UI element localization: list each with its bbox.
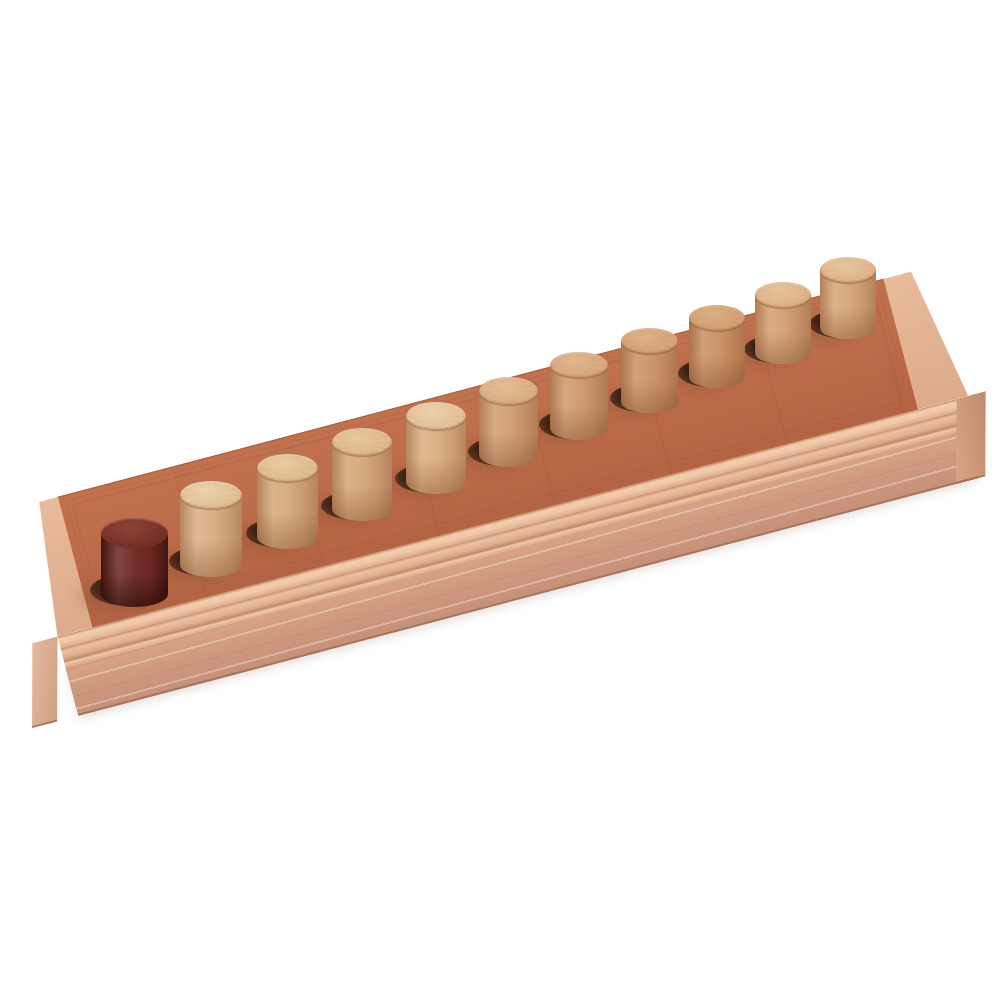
peg-top-face-slot-4: [332, 428, 392, 456]
peg-top-face-slot-5: [406, 402, 466, 430]
peg-top-face-slot-8: [621, 328, 678, 354]
product-photo-scene: [0, 0, 1001, 1001]
peg-top-face-slot-11: [820, 257, 876, 283]
peg-top-face-slot-10: [755, 282, 811, 308]
peg-top-face-slot-6: [479, 377, 538, 405]
peg-top-face-slot-7: [550, 352, 608, 378]
peg-top-face-slot-1: [101, 518, 168, 548]
peg-top-face-slot-2: [180, 481, 242, 509]
pegs-layer: [0, 0, 1001, 1001]
peg-top-face-slot-9: [689, 305, 745, 331]
peg-top-face-slot-3: [257, 454, 318, 482]
